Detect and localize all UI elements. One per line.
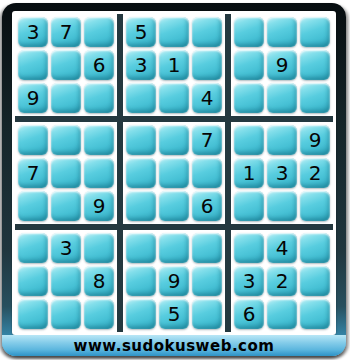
sudoku-cell-r6c8[interactable] xyxy=(267,191,297,221)
sudoku-cell-r6c2[interactable] xyxy=(51,191,81,221)
sudoku-cell-r1c3[interactable] xyxy=(84,17,114,47)
sudoku-cell-r7c5[interactable] xyxy=(159,233,189,263)
sudoku-cell-r8c8[interactable]: 2 xyxy=(267,266,297,296)
sudoku-cell-r2c6[interactable] xyxy=(192,50,222,80)
sudoku-cell-r9c4[interactable] xyxy=(126,299,156,329)
sudoku-cell-r8c7[interactable]: 3 xyxy=(234,266,264,296)
sudoku-board-frame: 3769531497976913238954326 www.sudokusweb… xyxy=(2,3,346,356)
sudoku-cell-r3c5[interactable] xyxy=(159,83,189,113)
sudoku-cell-r4c5[interactable] xyxy=(159,125,189,155)
sudoku-cell-r4c9[interactable]: 9 xyxy=(300,125,330,155)
sudoku-cell-r7c2[interactable]: 3 xyxy=(51,233,81,263)
sudoku-cell-r3c9[interactable] xyxy=(300,83,330,113)
sudoku-box-3-1: 38 xyxy=(15,230,117,332)
sudoku-cell-r6c5[interactable] xyxy=(159,191,189,221)
sudoku-grid: 3769531497976913238954326 xyxy=(15,14,333,332)
sudoku-cell-r8c6[interactable] xyxy=(192,266,222,296)
sudoku-cell-r5c1[interactable]: 7 xyxy=(18,158,48,188)
sudoku-cell-r3c6[interactable]: 4 xyxy=(192,83,222,113)
sudoku-cell-r1c2[interactable]: 7 xyxy=(51,17,81,47)
sudoku-cell-r4c4[interactable] xyxy=(126,125,156,155)
sudoku-cell-r7c1[interactable] xyxy=(18,233,48,263)
sudoku-box-2-3: 9132 xyxy=(231,122,333,224)
sudoku-cell-r1c8[interactable] xyxy=(267,17,297,47)
sudoku-cell-r4c8[interactable] xyxy=(267,125,297,155)
sudoku-cell-r1c6[interactable] xyxy=(192,17,222,47)
sudoku-cell-r1c4[interactable]: 5 xyxy=(126,17,156,47)
sudoku-cell-r3c2[interactable] xyxy=(51,83,81,113)
sudoku-cell-r5c2[interactable] xyxy=(51,158,81,188)
sudoku-cell-r3c8[interactable] xyxy=(267,83,297,113)
sudoku-cell-r8c9[interactable] xyxy=(300,266,330,296)
sudoku-cell-r7c7[interactable] xyxy=(234,233,264,263)
sudoku-cell-r2c3[interactable]: 6 xyxy=(84,50,114,80)
footer-band: www.sudokusweb.com xyxy=(2,335,346,356)
sudoku-cell-r9c2[interactable] xyxy=(51,299,81,329)
sudoku-box-1-3: 9 xyxy=(231,14,333,116)
sudoku-cell-r7c6[interactable] xyxy=(192,233,222,263)
sudoku-cell-r8c1[interactable] xyxy=(18,266,48,296)
sudoku-cell-r6c9[interactable] xyxy=(300,191,330,221)
sudoku-cell-r5c4[interactable] xyxy=(126,158,156,188)
sudoku-cell-r3c4[interactable] xyxy=(126,83,156,113)
sudoku-cell-r7c8[interactable]: 4 xyxy=(267,233,297,263)
site-url-link[interactable]: www.sudokusweb.com xyxy=(74,337,275,355)
sudoku-box-1-2: 5314 xyxy=(123,14,225,116)
sudoku-cell-r2c5[interactable]: 1 xyxy=(159,50,189,80)
sudoku-box-2-2: 76 xyxy=(123,122,225,224)
sudoku-cell-r6c3[interactable]: 9 xyxy=(84,191,114,221)
sudoku-cell-r5c5[interactable] xyxy=(159,158,189,188)
sudoku-box-2-1: 79 xyxy=(15,122,117,224)
sudoku-cell-r5c3[interactable] xyxy=(84,158,114,188)
sudoku-cell-r9c5[interactable]: 5 xyxy=(159,299,189,329)
sudoku-cell-r4c2[interactable] xyxy=(51,125,81,155)
sudoku-cell-r1c9[interactable] xyxy=(300,17,330,47)
sudoku-cell-r6c1[interactable] xyxy=(18,191,48,221)
sudoku-cell-r5c6[interactable] xyxy=(192,158,222,188)
sudoku-cell-r9c3[interactable] xyxy=(84,299,114,329)
sudoku-box-3-3: 4326 xyxy=(231,230,333,332)
sudoku-cell-r8c2[interactable] xyxy=(51,266,81,296)
sudoku-cell-r9c6[interactable] xyxy=(192,299,222,329)
sudoku-cell-r5c7[interactable]: 1 xyxy=(234,158,264,188)
sudoku-box-1-1: 3769 xyxy=(15,14,117,116)
sudoku-cell-r1c5[interactable] xyxy=(159,17,189,47)
sudoku-cell-r4c1[interactable] xyxy=(18,125,48,155)
sudoku-cell-r3c1[interactable]: 9 xyxy=(18,83,48,113)
sudoku-cell-r9c8[interactable] xyxy=(267,299,297,329)
sudoku-cell-r4c7[interactable] xyxy=(234,125,264,155)
sudoku-cell-r9c7[interactable]: 6 xyxy=(234,299,264,329)
sudoku-cell-r2c9[interactable] xyxy=(300,50,330,80)
sudoku-cell-r2c1[interactable] xyxy=(18,50,48,80)
sudoku-grid-area: 3769531497976913238954326 xyxy=(12,11,336,335)
sudoku-cell-r9c1[interactable] xyxy=(18,299,48,329)
sudoku-cell-r1c1[interactable]: 3 xyxy=(18,17,48,47)
sudoku-cell-r2c2[interactable] xyxy=(51,50,81,80)
sudoku-cell-r3c7[interactable] xyxy=(234,83,264,113)
sudoku-cell-r7c3[interactable] xyxy=(84,233,114,263)
sudoku-cell-r4c6[interactable]: 7 xyxy=(192,125,222,155)
sudoku-cell-r7c4[interactable] xyxy=(126,233,156,263)
sudoku-cell-r6c4[interactable] xyxy=(126,191,156,221)
sudoku-cell-r2c8[interactable]: 9 xyxy=(267,50,297,80)
sudoku-cell-r6c7[interactable] xyxy=(234,191,264,221)
sudoku-cell-r2c4[interactable]: 3 xyxy=(126,50,156,80)
sudoku-cell-r8c5[interactable]: 9 xyxy=(159,266,189,296)
sudoku-cell-r8c3[interactable]: 8 xyxy=(84,266,114,296)
sudoku-cell-r7c9[interactable] xyxy=(300,233,330,263)
sudoku-cell-r5c9[interactable]: 2 xyxy=(300,158,330,188)
sudoku-cell-r4c3[interactable] xyxy=(84,125,114,155)
sudoku-cell-r6c6[interactable]: 6 xyxy=(192,191,222,221)
sudoku-cell-r1c7[interactable] xyxy=(234,17,264,47)
sudoku-cell-r5c8[interactable]: 3 xyxy=(267,158,297,188)
sudoku-cell-r3c3[interactable] xyxy=(84,83,114,113)
sudoku-box-3-2: 95 xyxy=(123,230,225,332)
sudoku-cell-r8c4[interactable] xyxy=(126,266,156,296)
sudoku-cell-r9c9[interactable] xyxy=(300,299,330,329)
sudoku-cell-r2c7[interactable] xyxy=(234,50,264,80)
